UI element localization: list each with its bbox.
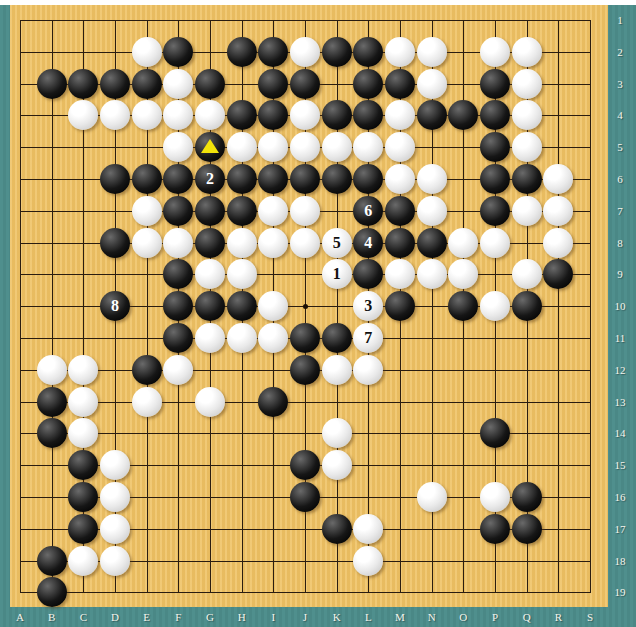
white-stone[interactable] [195, 100, 225, 130]
white-stone[interactable] [353, 132, 383, 162]
black-stone[interactable] [163, 37, 193, 67]
move-number-label: 6 [353, 196, 383, 226]
row-label: 11 [615, 332, 626, 344]
column-label: R [555, 611, 562, 623]
white-stone[interactable] [132, 100, 162, 130]
column-label: O [459, 611, 467, 623]
white-stone[interactable] [448, 228, 478, 258]
column-label: S [587, 611, 593, 623]
white-stone[interactable] [543, 164, 573, 194]
white-stone[interactable] [480, 37, 510, 67]
white-stone[interactable] [132, 387, 162, 417]
white-stone[interactable] [512, 259, 542, 289]
black-stone[interactable] [512, 164, 542, 194]
black-stone[interactable] [385, 228, 415, 258]
white-stone[interactable] [290, 196, 320, 226]
white-stone[interactable] [100, 482, 130, 512]
black-stone[interactable] [227, 164, 257, 194]
white-stone[interactable] [385, 37, 415, 67]
row-label: 1 [617, 14, 623, 26]
white-stone[interactable] [512, 132, 542, 162]
white-stone[interactable] [195, 387, 225, 417]
move-number-label: 5 [322, 228, 352, 258]
white-stone[interactable] [417, 69, 447, 99]
row-label: 3 [617, 78, 623, 90]
black-stone[interactable] [353, 69, 383, 99]
goban[interactable]: 26541837 [10, 5, 608, 607]
black-stone[interactable] [353, 37, 383, 67]
black-stone[interactable] [100, 69, 130, 99]
black-stone[interactable] [543, 259, 573, 289]
move-number-label: 2 [195, 164, 225, 194]
white-stone[interactable] [512, 196, 542, 226]
black-stone[interactable] [448, 291, 478, 321]
black-stone[interactable] [227, 37, 257, 67]
white-stone[interactable] [385, 259, 415, 289]
white-stone[interactable] [290, 100, 320, 130]
column-label: F [175, 611, 181, 623]
black-stone[interactable] [37, 577, 67, 607]
black-stone[interactable] [290, 323, 320, 353]
column-label: E [143, 611, 150, 623]
black-stone[interactable] [417, 100, 447, 130]
white-stone[interactable] [353, 546, 383, 576]
white-stone[interactable] [322, 450, 352, 480]
black-stone[interactable] [353, 259, 383, 289]
black-stone[interactable] [290, 482, 320, 512]
white-stone[interactable] [227, 132, 257, 162]
star-point [303, 304, 308, 309]
black-stone[interactable] [448, 100, 478, 130]
black-stone[interactable] [195, 132, 225, 162]
black-stone[interactable] [512, 482, 542, 512]
black-stone[interactable] [512, 291, 542, 321]
white-stone[interactable] [322, 132, 352, 162]
row-label: 17 [615, 523, 626, 535]
white-stone[interactable] [258, 323, 288, 353]
black-stone[interactable]: 6 [353, 196, 383, 226]
black-stone[interactable] [68, 450, 98, 480]
column-label: G [206, 611, 214, 623]
white-stone[interactable] [353, 355, 383, 385]
black-stone[interactable] [322, 323, 352, 353]
black-stone[interactable] [290, 69, 320, 99]
black-stone[interactable] [290, 164, 320, 194]
black-stone[interactable] [290, 355, 320, 385]
white-stone[interactable] [163, 132, 193, 162]
black-stone[interactable] [163, 164, 193, 194]
white-stone[interactable] [132, 228, 162, 258]
black-stone[interactable] [37, 546, 67, 576]
white-stone[interactable] [195, 259, 225, 289]
row-label: 10 [615, 300, 626, 312]
black-stone[interactable] [480, 418, 510, 448]
black-stone[interactable] [258, 69, 288, 99]
black-stone[interactable] [322, 37, 352, 67]
black-stone[interactable] [512, 514, 542, 544]
white-stone[interactable]: 5 [322, 228, 352, 258]
row-label: 14 [615, 427, 626, 439]
black-stone[interactable] [227, 291, 257, 321]
white-stone[interactable] [258, 132, 288, 162]
move-number-label: 3 [353, 291, 383, 321]
row-label: 13 [615, 396, 626, 408]
white-stone[interactable] [385, 132, 415, 162]
column-label: B [48, 611, 55, 623]
black-stone[interactable] [132, 69, 162, 99]
black-stone[interactable] [163, 323, 193, 353]
white-stone[interactable] [258, 196, 288, 226]
row-label: 12 [615, 364, 626, 376]
move-number-label: 4 [353, 228, 383, 258]
white-stone[interactable] [480, 228, 510, 258]
black-stone[interactable] [417, 228, 447, 258]
black-stone[interactable] [353, 100, 383, 130]
white-stone[interactable] [258, 291, 288, 321]
white-stone[interactable] [163, 69, 193, 99]
black-stone[interactable] [353, 164, 383, 194]
triangle-marker [201, 139, 219, 153]
column-label: Q [523, 611, 531, 623]
black-stone[interactable] [68, 482, 98, 512]
black-stone[interactable] [195, 196, 225, 226]
white-stone[interactable]: 3 [353, 291, 383, 321]
column-label: J [303, 611, 307, 623]
white-stone[interactable] [163, 355, 193, 385]
white-stone[interactable] [132, 196, 162, 226]
white-stone[interactable] [227, 323, 257, 353]
black-stone[interactable] [258, 100, 288, 130]
black-stone[interactable] [480, 100, 510, 130]
black-stone[interactable] [68, 69, 98, 99]
black-stone[interactable] [227, 196, 257, 226]
black-stone[interactable] [385, 291, 415, 321]
row-label: 8 [617, 237, 623, 249]
white-stone[interactable] [195, 323, 225, 353]
white-stone[interactable] [100, 100, 130, 130]
black-stone[interactable] [163, 291, 193, 321]
black-stone[interactable] [37, 418, 67, 448]
black-stone[interactable] [385, 196, 415, 226]
black-stone[interactable] [258, 164, 288, 194]
column-label: N [428, 611, 436, 623]
black-stone[interactable] [258, 37, 288, 67]
column-label: I [271, 611, 275, 623]
white-stone[interactable] [100, 514, 130, 544]
white-stone[interactable] [417, 37, 447, 67]
white-stone[interactable] [480, 482, 510, 512]
move-number-label: 1 [322, 259, 352, 289]
go-diagram: 26541837 ABCDEFGHIJKLMNOPQRS123456789101… [0, 0, 636, 627]
black-stone[interactable] [100, 164, 130, 194]
black-stone[interactable] [480, 164, 510, 194]
row-label: 7 [617, 205, 623, 217]
white-stone[interactable] [417, 196, 447, 226]
white-stone[interactable] [68, 546, 98, 576]
column-label: A [16, 611, 24, 623]
black-stone[interactable] [322, 514, 352, 544]
black-stone[interactable] [322, 100, 352, 130]
white-stone[interactable] [100, 450, 130, 480]
white-stone[interactable] [480, 291, 510, 321]
white-stone[interactable] [227, 228, 257, 258]
row-label: 16 [615, 491, 626, 503]
white-stone[interactable] [385, 100, 415, 130]
black-stone[interactable] [385, 69, 415, 99]
white-stone[interactable] [163, 228, 193, 258]
row-label: 19 [615, 586, 626, 598]
column-label: K [333, 611, 341, 623]
black-stone[interactable] [227, 100, 257, 130]
white-stone[interactable] [385, 164, 415, 194]
white-stone[interactable] [290, 228, 320, 258]
black-stone[interactable] [258, 387, 288, 417]
move-number-label: 7 [353, 323, 383, 353]
white-stone[interactable] [512, 37, 542, 67]
black-stone[interactable] [290, 450, 320, 480]
black-stone[interactable] [100, 228, 130, 258]
white-stone[interactable] [290, 132, 320, 162]
row-label: 18 [615, 555, 626, 567]
white-stone[interactable] [543, 196, 573, 226]
white-stone[interactable] [322, 418, 352, 448]
white-stone[interactable] [258, 228, 288, 258]
row-label: 5 [617, 141, 623, 153]
black-stone[interactable] [195, 69, 225, 99]
row-label: 9 [617, 268, 623, 280]
move-number-label: 8 [100, 291, 130, 321]
white-stone[interactable] [68, 387, 98, 417]
black-stone[interactable] [195, 228, 225, 258]
white-stone[interactable] [512, 69, 542, 99]
white-stone[interactable] [448, 259, 478, 289]
white-stone[interactable] [100, 546, 130, 576]
black-stone[interactable] [163, 259, 193, 289]
black-stone[interactable] [195, 291, 225, 321]
column-label: H [238, 611, 246, 623]
white-stone[interactable] [37, 355, 67, 385]
white-stone[interactable] [417, 259, 447, 289]
black-stone[interactable] [37, 69, 67, 99]
row-label: 15 [615, 459, 626, 471]
black-stone[interactable] [322, 164, 352, 194]
grid-line [20, 402, 591, 403]
black-stone[interactable] [132, 355, 162, 385]
column-label: M [395, 611, 405, 623]
black-stone[interactable] [37, 387, 67, 417]
row-label: 2 [617, 46, 623, 58]
black-stone[interactable] [480, 196, 510, 226]
column-label: P [492, 611, 498, 623]
white-stone[interactable] [132, 37, 162, 67]
column-label: L [365, 611, 372, 623]
white-stone[interactable]: 7 [353, 323, 383, 353]
black-stone[interactable]: 2 [195, 164, 225, 194]
white-stone[interactable] [68, 418, 98, 448]
black-stone[interactable] [480, 69, 510, 99]
black-stone[interactable]: 8 [100, 291, 130, 321]
white-stone[interactable] [322, 355, 352, 385]
black-stone[interactable] [132, 164, 162, 194]
row-label: 4 [617, 109, 623, 121]
white-stone[interactable] [290, 37, 320, 67]
black-stone[interactable] [480, 132, 510, 162]
grid-line [20, 592, 591, 593]
white-stone[interactable] [512, 100, 542, 130]
black-stone[interactable]: 4 [353, 228, 383, 258]
white-stone[interactable] [353, 514, 383, 544]
white-stone[interactable] [163, 100, 193, 130]
black-stone[interactable] [480, 514, 510, 544]
white-stone[interactable] [417, 482, 447, 512]
grid-line [558, 20, 559, 593]
white-stone[interactable] [68, 100, 98, 130]
white-stone[interactable] [417, 164, 447, 194]
column-label: D [111, 611, 119, 623]
row-label: 6 [617, 173, 623, 185]
grid-line [590, 20, 591, 593]
white-stone[interactable]: 1 [322, 259, 352, 289]
white-stone[interactable] [68, 355, 98, 385]
column-label: C [80, 611, 87, 623]
black-stone[interactable] [163, 196, 193, 226]
black-stone[interactable] [68, 514, 98, 544]
white-stone[interactable] [543, 228, 573, 258]
white-stone[interactable] [227, 259, 257, 289]
